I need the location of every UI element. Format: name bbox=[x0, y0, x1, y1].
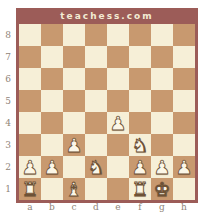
square-e4[interactable]: ♟ bbox=[107, 112, 129, 134]
chess-board: ♟♟♞♟♟♞♟♟♟♜♝♜♚ bbox=[19, 24, 195, 200]
square-c6[interactable] bbox=[63, 68, 85, 90]
board-frame: ♟♟♞♟♟♞♟♟♟♜♝♜♚ bbox=[16, 24, 198, 203]
file-label-c: c bbox=[63, 202, 85, 212]
chess-diagram: teachess.com 87654321 ♟♟♞♟♟♞♟♟♟♜♝♜♚ abcd… bbox=[0, 0, 198, 212]
square-h6[interactable] bbox=[173, 68, 195, 90]
site-banner-label: teachess.com bbox=[60, 11, 153, 21]
square-f1[interactable]: ♜ bbox=[129, 178, 151, 200]
rank-label-6: 6 bbox=[0, 68, 16, 90]
rank-label-4: 4 bbox=[0, 112, 16, 134]
square-c8[interactable] bbox=[63, 24, 85, 46]
white-pawn-g2[interactable]: ♟ bbox=[153, 156, 170, 178]
square-c5[interactable] bbox=[63, 90, 85, 112]
file-coordinates: abcdefgh bbox=[19, 202, 195, 212]
square-g4[interactable] bbox=[151, 112, 173, 134]
white-knight-d2[interactable]: ♞ bbox=[87, 156, 104, 178]
white-pawn-h2[interactable]: ♟ bbox=[175, 156, 192, 178]
white-bishop-c1[interactable]: ♝ bbox=[65, 178, 82, 200]
square-d8[interactable] bbox=[85, 24, 107, 46]
square-c1[interactable]: ♝ bbox=[63, 178, 85, 200]
square-a1[interactable]: ♜ bbox=[19, 178, 41, 200]
square-c7[interactable] bbox=[63, 46, 85, 68]
rank-label-5: 5 bbox=[0, 90, 16, 112]
square-h5[interactable] bbox=[173, 90, 195, 112]
square-g5[interactable] bbox=[151, 90, 173, 112]
square-f8[interactable] bbox=[129, 24, 151, 46]
square-e3[interactable] bbox=[107, 134, 129, 156]
square-b8[interactable] bbox=[41, 24, 63, 46]
square-b7[interactable] bbox=[41, 46, 63, 68]
square-f7[interactable] bbox=[129, 46, 151, 68]
square-b3[interactable] bbox=[41, 134, 63, 156]
white-pawn-c3[interactable]: ♟ bbox=[65, 134, 82, 156]
rank-label-2: 2 bbox=[0, 156, 16, 178]
file-label-e: e bbox=[107, 202, 129, 212]
rank-label-8: 8 bbox=[0, 24, 16, 46]
white-pawn-b2[interactable]: ♟ bbox=[43, 156, 60, 178]
square-b5[interactable] bbox=[41, 90, 63, 112]
square-d4[interactable] bbox=[85, 112, 107, 134]
square-e7[interactable] bbox=[107, 46, 129, 68]
file-label-a: a bbox=[19, 202, 41, 212]
square-a3[interactable] bbox=[19, 134, 41, 156]
square-c2[interactable] bbox=[63, 156, 85, 178]
file-label-b: b bbox=[41, 202, 63, 212]
square-d6[interactable] bbox=[85, 68, 107, 90]
square-g8[interactable] bbox=[151, 24, 173, 46]
square-g7[interactable] bbox=[151, 46, 173, 68]
file-label-h: h bbox=[173, 202, 195, 212]
square-f2[interactable]: ♟ bbox=[129, 156, 151, 178]
square-d7[interactable] bbox=[85, 46, 107, 68]
square-g1[interactable]: ♚ bbox=[151, 178, 173, 200]
white-pawn-e4[interactable]: ♟ bbox=[109, 112, 126, 134]
file-label-f: f bbox=[129, 202, 151, 212]
square-e2[interactable] bbox=[107, 156, 129, 178]
white-rook-f1[interactable]: ♜ bbox=[131, 178, 148, 200]
square-c3[interactable]: ♟ bbox=[63, 134, 85, 156]
white-rook-a1[interactable]: ♜ bbox=[21, 178, 38, 200]
square-b4[interactable] bbox=[41, 112, 63, 134]
file-label-d: d bbox=[85, 202, 107, 212]
square-b6[interactable] bbox=[41, 68, 63, 90]
square-c4[interactable] bbox=[63, 112, 85, 134]
square-e1[interactable] bbox=[107, 178, 129, 200]
square-a5[interactable] bbox=[19, 90, 41, 112]
square-d3[interactable] bbox=[85, 134, 107, 156]
square-e8[interactable] bbox=[107, 24, 129, 46]
square-h3[interactable] bbox=[173, 134, 195, 156]
file-label-g: g bbox=[151, 202, 173, 212]
square-g3[interactable] bbox=[151, 134, 173, 156]
white-king-g1[interactable]: ♚ bbox=[153, 178, 170, 200]
white-pawn-f2[interactable]: ♟ bbox=[131, 156, 148, 178]
square-f4[interactable] bbox=[129, 112, 151, 134]
square-a2[interactable]: ♟ bbox=[19, 156, 41, 178]
square-h7[interactable] bbox=[173, 46, 195, 68]
square-a4[interactable] bbox=[19, 112, 41, 134]
square-f3[interactable]: ♞ bbox=[129, 134, 151, 156]
square-a8[interactable] bbox=[19, 24, 41, 46]
square-a7[interactable] bbox=[19, 46, 41, 68]
square-f6[interactable] bbox=[129, 68, 151, 90]
white-pawn-a2[interactable]: ♟ bbox=[21, 156, 38, 178]
rank-coordinates: 87654321 bbox=[0, 24, 16, 200]
square-h1[interactable] bbox=[173, 178, 195, 200]
square-h8[interactable] bbox=[173, 24, 195, 46]
white-knight-f3[interactable]: ♞ bbox=[131, 134, 148, 156]
square-d1[interactable] bbox=[85, 178, 107, 200]
square-e6[interactable] bbox=[107, 68, 129, 90]
square-h4[interactable] bbox=[173, 112, 195, 134]
square-g2[interactable]: ♟ bbox=[151, 156, 173, 178]
site-banner: teachess.com bbox=[16, 8, 198, 24]
square-h2[interactable]: ♟ bbox=[173, 156, 195, 178]
rank-label-1: 1 bbox=[0, 178, 16, 200]
square-a6[interactable] bbox=[19, 68, 41, 90]
square-g6[interactable] bbox=[151, 68, 173, 90]
square-d2[interactable]: ♞ bbox=[85, 156, 107, 178]
square-e5[interactable] bbox=[107, 90, 129, 112]
rank-label-7: 7 bbox=[0, 46, 16, 68]
square-f5[interactable] bbox=[129, 90, 151, 112]
square-b2[interactable]: ♟ bbox=[41, 156, 63, 178]
square-d5[interactable] bbox=[85, 90, 107, 112]
rank-label-3: 3 bbox=[0, 134, 16, 156]
square-b1[interactable] bbox=[41, 178, 63, 200]
